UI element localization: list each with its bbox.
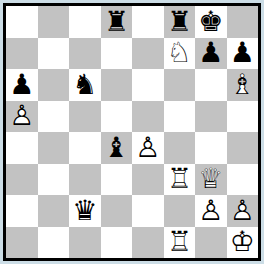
black-rook-icon: ♜: [164, 6, 196, 38]
square-g4[interactable]: [195, 132, 227, 164]
square-b6[interactable]: [38, 69, 70, 101]
square-c5[interactable]: [69, 101, 101, 133]
square-h8[interactable]: [227, 6, 259, 38]
square-d7[interactable]: [101, 38, 133, 70]
black-rook-icon: ♜: [101, 6, 133, 38]
square-f1[interactable]: ♜♖: [164, 227, 196, 259]
square-c3[interactable]: [69, 164, 101, 196]
square-c1[interactable]: [69, 227, 101, 259]
square-b3[interactable]: [38, 164, 70, 196]
piece-black-king[interactable]: ♚: [195, 6, 227, 38]
white-pawn-icon: ♙: [227, 195, 259, 227]
black-pawn-icon: ♟: [6, 69, 38, 101]
piece-white-pawn[interactable]: ♟♙: [195, 195, 227, 227]
white-pawn-icon: ♙: [195, 195, 227, 227]
square-g3[interactable]: ♛♕: [195, 164, 227, 196]
square-f4[interactable]: [164, 132, 196, 164]
square-b1[interactable]: [38, 227, 70, 259]
square-b2[interactable]: [38, 195, 70, 227]
piece-white-pawn[interactable]: ♟♙: [132, 132, 164, 164]
square-d2[interactable]: [101, 195, 133, 227]
square-h2[interactable]: ♟♙: [227, 195, 259, 227]
square-a3[interactable]: [6, 164, 38, 196]
piece-black-queen[interactable]: ♛: [69, 195, 101, 227]
square-h3[interactable]: [227, 164, 259, 196]
square-g5[interactable]: [195, 101, 227, 133]
square-c7[interactable]: [69, 38, 101, 70]
square-e4[interactable]: ♟♙: [132, 132, 164, 164]
black-pawn-icon: ♟: [227, 38, 259, 70]
square-f2[interactable]: [164, 195, 196, 227]
square-e2[interactable]: [132, 195, 164, 227]
white-knight-icon: ♘: [164, 38, 196, 70]
square-g8[interactable]: ♚: [195, 6, 227, 38]
piece-white-king[interactable]: ♚♔: [227, 227, 259, 259]
square-g2[interactable]: ♟♙: [195, 195, 227, 227]
square-h1[interactable]: ♚♔: [227, 227, 259, 259]
piece-black-bishop[interactable]: ♝: [101, 132, 133, 164]
white-rook-icon: ♖: [164, 227, 196, 259]
square-h5[interactable]: [227, 101, 259, 133]
square-b5[interactable]: [38, 101, 70, 133]
white-king-icon: ♔: [227, 227, 259, 259]
square-b8[interactable]: [38, 6, 70, 38]
square-d3[interactable]: [101, 164, 133, 196]
piece-black-pawn[interactable]: ♟: [6, 69, 38, 101]
piece-black-rook[interactable]: ♜: [164, 6, 196, 38]
piece-white-pawn[interactable]: ♟♙: [227, 195, 259, 227]
square-a1[interactable]: [6, 227, 38, 259]
piece-black-pawn[interactable]: ♟: [227, 38, 259, 70]
square-a4[interactable]: [6, 132, 38, 164]
white-pawn-icon: ♙: [6, 101, 38, 133]
black-pawn-icon: ♟: [195, 38, 227, 70]
square-a2[interactable]: [6, 195, 38, 227]
square-h6[interactable]: ♝♗: [227, 69, 259, 101]
piece-white-rook[interactable]: ♜♖: [164, 164, 196, 196]
square-h7[interactable]: ♟: [227, 38, 259, 70]
black-king-icon: ♚: [195, 6, 227, 38]
piece-white-bishop[interactable]: ♝♗: [227, 69, 259, 101]
square-d5[interactable]: [101, 101, 133, 133]
square-a7[interactable]: [6, 38, 38, 70]
piece-black-pawn[interactable]: ♟: [195, 38, 227, 70]
chess-board: ♜♜♚♞♘♟♟♟♞♝♗♟♙♝♟♙♜♖♛♕♛♟♙♟♙♜♖♚♔: [6, 6, 258, 258]
square-e6[interactable]: [132, 69, 164, 101]
board-border: ♜♜♚♞♘♟♟♟♞♝♗♟♙♝♟♙♜♖♛♕♛♟♙♟♙♜♖♚♔: [3, 3, 261, 261]
piece-white-queen[interactable]: ♛♕: [195, 164, 227, 196]
square-e5[interactable]: [132, 101, 164, 133]
square-a5[interactable]: ♟♙: [6, 101, 38, 133]
piece-black-knight[interactable]: ♞: [69, 69, 101, 101]
black-knight-icon: ♞: [69, 69, 101, 101]
white-rook-icon: ♖: [164, 164, 196, 196]
square-f7[interactable]: ♞♘: [164, 38, 196, 70]
square-g7[interactable]: ♟: [195, 38, 227, 70]
square-f6[interactable]: [164, 69, 196, 101]
square-a8[interactable]: [6, 6, 38, 38]
piece-black-rook[interactable]: ♜: [101, 6, 133, 38]
square-f5[interactable]: [164, 101, 196, 133]
square-d1[interactable]: [101, 227, 133, 259]
square-e1[interactable]: [132, 227, 164, 259]
square-f3[interactable]: ♜♖: [164, 164, 196, 196]
square-e8[interactable]: [132, 6, 164, 38]
square-c6[interactable]: ♞: [69, 69, 101, 101]
black-queen-icon: ♛: [69, 195, 101, 227]
square-h4[interactable]: [227, 132, 259, 164]
square-d6[interactable]: [101, 69, 133, 101]
square-d4[interactable]: ♝: [101, 132, 133, 164]
square-d8[interactable]: ♜: [101, 6, 133, 38]
square-b7[interactable]: [38, 38, 70, 70]
square-g6[interactable]: [195, 69, 227, 101]
square-c2[interactable]: ♛: [69, 195, 101, 227]
piece-white-pawn[interactable]: ♟♙: [6, 101, 38, 133]
piece-white-rook[interactable]: ♜♖: [164, 227, 196, 259]
square-c4[interactable]: [69, 132, 101, 164]
square-e3[interactable]: [132, 164, 164, 196]
chess-diagram-frame: ♜♜♚♞♘♟♟♟♞♝♗♟♙♝♟♙♜♖♛♕♛♟♙♟♙♜♖♚♔: [0, 0, 264, 264]
square-f8[interactable]: ♜: [164, 6, 196, 38]
square-b4[interactable]: [38, 132, 70, 164]
white-pawn-icon: ♙: [132, 132, 164, 164]
black-bishop-icon: ♝: [101, 132, 133, 164]
white-bishop-icon: ♗: [227, 69, 259, 101]
square-a6[interactable]: ♟: [6, 69, 38, 101]
white-queen-icon: ♕: [195, 164, 227, 196]
piece-white-knight[interactable]: ♞♘: [164, 38, 196, 70]
square-g1[interactable]: [195, 227, 227, 259]
square-c8[interactable]: [69, 6, 101, 38]
square-e7[interactable]: [132, 38, 164, 70]
